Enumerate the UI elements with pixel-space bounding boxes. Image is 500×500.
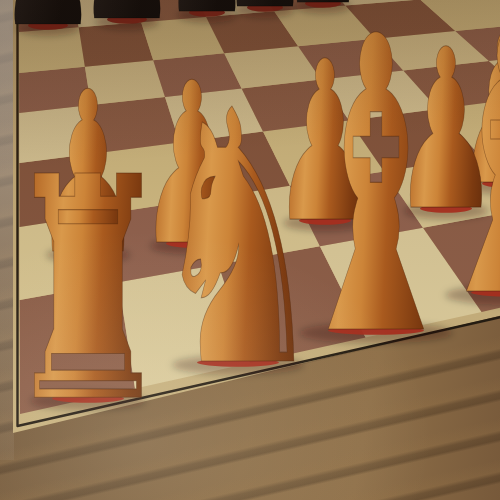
chessboard-photo: ♟♟♟♟♟♟♟♟♟♟♝♝♞♜ [0, 0, 500, 500]
chess-board: ♟♟♟♟♟♟♟♟♟♟♝♝♞♜ [0, 0, 500, 500]
chess-piece-white-knight: ♞ [150, 36, 325, 443]
pieces: ♟♟♟♟♟♟♟♟♟♟♝♝♞♜ [0, 0, 500, 469]
chess-piece-white-rook: ♜ [3, 112, 174, 469]
